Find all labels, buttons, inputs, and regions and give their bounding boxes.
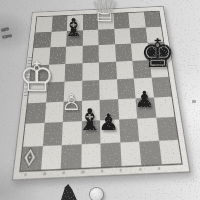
square-f7[interactable] bbox=[114, 28, 131, 45]
square-a2[interactable] bbox=[23, 123, 44, 146]
square-e6[interactable] bbox=[99, 44, 116, 62]
white-king-a4[interactable]: ♔ bbox=[19, 57, 55, 98]
square-c5[interactable] bbox=[65, 63, 83, 82]
square-d4[interactable] bbox=[82, 80, 100, 100]
square-c6[interactable] bbox=[65, 46, 82, 64]
table-scratch-mark bbox=[192, 100, 196, 103]
square-f5[interactable] bbox=[116, 60, 134, 79]
black-pawn-g3[interactable]: ♟ bbox=[134, 88, 154, 110]
square-d1[interactable] bbox=[81, 143, 101, 168]
photo-scene: ♕♝♚♔♙♟♝♟ bbox=[0, 0, 200, 200]
square-a7[interactable] bbox=[34, 31, 51, 48]
square-h8[interactable] bbox=[144, 12, 161, 28]
table-scratch-mark bbox=[1, 27, 9, 31]
square-f4[interactable] bbox=[117, 78, 136, 98]
square-f2[interactable] bbox=[119, 119, 140, 142]
table-scratch-mark bbox=[2, 34, 12, 38]
black-king-h5[interactable]: ♚ bbox=[140, 34, 175, 73]
square-a3[interactable] bbox=[26, 102, 46, 124]
square-f1[interactable] bbox=[120, 141, 141, 166]
black-bishop-c7[interactable]: ♝ bbox=[62, 16, 84, 41]
captured-white-pawn[interactable] bbox=[90, 188, 103, 200]
square-d5[interactable] bbox=[82, 62, 99, 81]
square-h3[interactable] bbox=[153, 96, 174, 118]
square-c1[interactable] bbox=[61, 144, 81, 169]
captured-black-knight[interactable] bbox=[61, 184, 79, 200]
square-e5[interactable] bbox=[99, 61, 117, 80]
square-e4[interactable] bbox=[99, 79, 117, 99]
square-g8[interactable] bbox=[128, 12, 145, 28]
square-e1[interactable] bbox=[100, 142, 121, 167]
square-b1[interactable] bbox=[41, 145, 62, 170]
square-b2[interactable] bbox=[42, 122, 62, 145]
square-e7[interactable] bbox=[98, 29, 115, 46]
square-f6[interactable] bbox=[115, 44, 133, 62]
board-logo-diamond-icon bbox=[22, 146, 38, 169]
square-a8[interactable] bbox=[35, 16, 52, 32]
black-pawn-e2[interactable]: ♟ bbox=[98, 110, 119, 133]
square-h2[interactable] bbox=[156, 117, 178, 140]
square-d6[interactable] bbox=[82, 45, 99, 63]
square-h1[interactable] bbox=[158, 139, 181, 164]
white-queen-e8[interactable]: ♕ bbox=[90, 0, 120, 26]
